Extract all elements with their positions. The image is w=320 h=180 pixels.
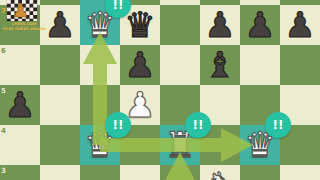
rank-label-3: 3 xyxy=(1,167,6,175)
square-b4[interactable] xyxy=(40,125,80,165)
logo-pawn-icon: ♟ xyxy=(12,0,29,22)
black-pawn-d6[interactable]: ♟ xyxy=(120,45,160,85)
square-h6[interactable] xyxy=(280,45,320,85)
square-b6[interactable] xyxy=(40,45,80,85)
square-c3[interactable] xyxy=(80,165,120,180)
square-a3[interactable] xyxy=(0,165,40,180)
square-g3[interactable] xyxy=(240,165,280,180)
logo-text-line2: PLAY CHESS ONLINE xyxy=(3,27,45,32)
rank-label-6: 6 xyxy=(1,47,6,55)
chess-board-screenshot: ♟ CHESS.COM PLAY CHESS ONLINE 76543♚♞♜♟♛… xyxy=(0,0,320,180)
chesscom-logo: ♟ CHESS.COM PLAY CHESS ONLINE xyxy=(6,0,44,34)
brilliant-badge-g4: !! xyxy=(265,112,291,138)
square-e6[interactable] xyxy=(160,45,200,85)
square-b3[interactable] xyxy=(40,165,80,180)
white-knight-f3[interactable]: ♞ xyxy=(200,165,240,180)
brilliant-badge-e4: !! xyxy=(185,112,211,138)
brilliant-badge-c4: !! xyxy=(105,112,131,138)
square-e3[interactable] xyxy=(160,165,200,180)
square-b5[interactable] xyxy=(40,85,80,125)
black-pawn-f7[interactable]: ♟ xyxy=(200,5,240,45)
square-g6[interactable] xyxy=(240,45,280,85)
black-pawn-g7[interactable]: ♟ xyxy=(240,5,280,45)
square-c6[interactable] xyxy=(80,45,120,85)
black-bishop-f6[interactable]: ♝ xyxy=(200,45,240,85)
square-h3[interactable] xyxy=(280,165,320,180)
square-a6[interactable] xyxy=(0,45,40,85)
rank-label-4: 4 xyxy=(1,127,6,135)
square-a4[interactable] xyxy=(0,125,40,165)
logo-watermark-text: CHESS.COM PLAY CHESS ONLINE xyxy=(3,22,45,31)
black-pawn-h7[interactable]: ♟ xyxy=(280,5,320,45)
square-d3[interactable] xyxy=(120,165,160,180)
square-e7[interactable] xyxy=(160,5,200,45)
black-pawn-b7[interactable]: ♟ xyxy=(40,5,80,45)
black-king-e8[interactable]: ♚ xyxy=(160,0,200,5)
black-pawn-a5[interactable]: ♟ xyxy=(0,85,40,125)
